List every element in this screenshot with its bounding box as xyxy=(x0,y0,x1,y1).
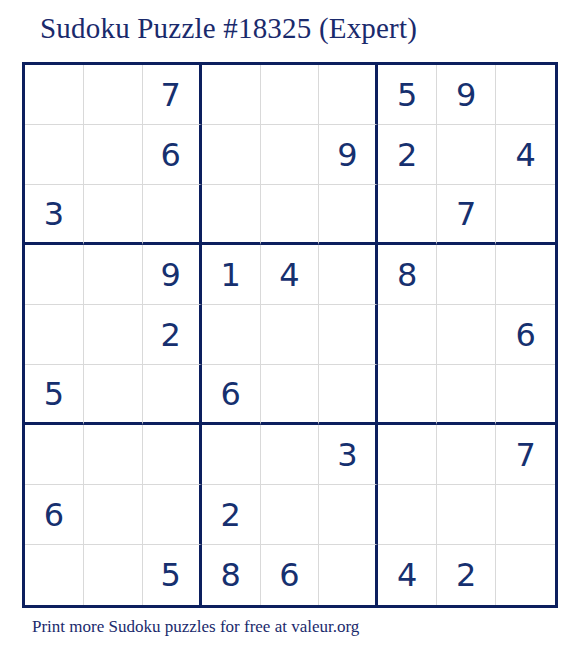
cell-r8c1[interactable]: 6 xyxy=(25,485,84,545)
cell-r7c6[interactable]: 3 xyxy=(319,425,378,485)
cell-r1c4[interactable] xyxy=(202,65,261,125)
cell-r5c7[interactable] xyxy=(378,305,437,365)
cell-r2c3[interactable]: 6 xyxy=(143,125,202,185)
cell-r3c1[interactable]: 3 xyxy=(25,185,84,245)
cell-r7c2[interactable] xyxy=(84,425,143,485)
cell-r5c2[interactable] xyxy=(84,305,143,365)
cell-r3c8[interactable]: 7 xyxy=(437,185,496,245)
cell-r4c7[interactable]: 8 xyxy=(378,245,437,305)
cell-r2c5[interactable] xyxy=(261,125,320,185)
cell-r8c8[interactable] xyxy=(437,485,496,545)
cell-r7c9[interactable]: 7 xyxy=(496,425,555,485)
cell-r8c2[interactable] xyxy=(84,485,143,545)
cell-r8c4[interactable]: 2 xyxy=(202,485,261,545)
cell-r5c6[interactable] xyxy=(319,305,378,365)
cell-r1c5[interactable] xyxy=(261,65,320,125)
cell-r1c9[interactable] xyxy=(496,65,555,125)
cell-r9c1[interactable] xyxy=(25,545,84,605)
cell-r4c3[interactable]: 9 xyxy=(143,245,202,305)
cell-r5c8[interactable] xyxy=(437,305,496,365)
cell-r6c1[interactable]: 5 xyxy=(25,365,84,425)
cell-r1c1[interactable] xyxy=(25,65,84,125)
footer-text: Print more Sudoku puzzles for free at va… xyxy=(32,617,359,637)
cell-r9c2[interactable] xyxy=(84,545,143,605)
cell-r4c2[interactable] xyxy=(84,245,143,305)
cell-r6c6[interactable] xyxy=(319,365,378,425)
cell-r4c5[interactable]: 4 xyxy=(261,245,320,305)
cell-r6c3[interactable] xyxy=(143,365,202,425)
cell-r2c7[interactable]: 2 xyxy=(378,125,437,185)
cell-r2c8[interactable] xyxy=(437,125,496,185)
sudoku-page: Sudoku Puzzle #18325 (Expert) 7596924379… xyxy=(0,0,580,651)
cell-r7c5[interactable] xyxy=(261,425,320,485)
cell-r6c8[interactable] xyxy=(437,365,496,425)
cell-r6c4[interactable]: 6 xyxy=(202,365,261,425)
cell-r6c2[interactable] xyxy=(84,365,143,425)
cell-r1c3[interactable]: 7 xyxy=(143,65,202,125)
cell-r3c2[interactable] xyxy=(84,185,143,245)
cell-r4c1[interactable] xyxy=(25,245,84,305)
cell-r7c7[interactable] xyxy=(378,425,437,485)
cell-r4c8[interactable] xyxy=(437,245,496,305)
cell-r6c9[interactable] xyxy=(496,365,555,425)
cell-r3c7[interactable] xyxy=(378,185,437,245)
cell-r2c1[interactable] xyxy=(25,125,84,185)
cell-r4c9[interactable] xyxy=(496,245,555,305)
cell-r9c9[interactable] xyxy=(496,545,555,605)
cell-r9c5[interactable]: 6 xyxy=(261,545,320,605)
cell-r1c6[interactable] xyxy=(319,65,378,125)
cell-r1c8[interactable]: 9 xyxy=(437,65,496,125)
cell-r5c9[interactable]: 6 xyxy=(496,305,555,365)
cell-r6c7[interactable] xyxy=(378,365,437,425)
cell-r9c4[interactable]: 8 xyxy=(202,545,261,605)
cell-r7c3[interactable] xyxy=(143,425,202,485)
cell-r5c5[interactable] xyxy=(261,305,320,365)
cell-r2c6[interactable]: 9 xyxy=(319,125,378,185)
sudoku-board: 75969243791482656376258642 xyxy=(22,62,558,608)
page-title: Sudoku Puzzle #18325 (Expert) xyxy=(40,12,417,45)
cell-r2c2[interactable] xyxy=(84,125,143,185)
cell-r5c1[interactable] xyxy=(25,305,84,365)
cell-r1c2[interactable] xyxy=(84,65,143,125)
cell-r8c3[interactable] xyxy=(143,485,202,545)
cell-r9c3[interactable]: 5 xyxy=(143,545,202,605)
cell-r2c4[interactable] xyxy=(202,125,261,185)
cell-r7c8[interactable] xyxy=(437,425,496,485)
cell-r4c6[interactable] xyxy=(319,245,378,305)
cell-r8c6[interactable] xyxy=(319,485,378,545)
cell-r9c8[interactable]: 2 xyxy=(437,545,496,605)
cell-r5c4[interactable] xyxy=(202,305,261,365)
cell-r8c9[interactable] xyxy=(496,485,555,545)
cell-r3c9[interactable] xyxy=(496,185,555,245)
cell-r3c5[interactable] xyxy=(261,185,320,245)
cell-r8c5[interactable] xyxy=(261,485,320,545)
cell-r7c1[interactable] xyxy=(25,425,84,485)
cell-r9c7[interactable]: 4 xyxy=(378,545,437,605)
cell-r2c9[interactable]: 4 xyxy=(496,125,555,185)
cell-r5c3[interactable]: 2 xyxy=(143,305,202,365)
cell-r3c4[interactable] xyxy=(202,185,261,245)
cell-r7c4[interactable] xyxy=(202,425,261,485)
cell-r3c3[interactable] xyxy=(143,185,202,245)
cell-r9c6[interactable] xyxy=(319,545,378,605)
cell-r3c6[interactable] xyxy=(319,185,378,245)
cell-r1c7[interactable]: 5 xyxy=(378,65,437,125)
cell-r8c7[interactable] xyxy=(378,485,437,545)
cell-r4c4[interactable]: 1 xyxy=(202,245,261,305)
cell-r6c5[interactable] xyxy=(261,365,320,425)
